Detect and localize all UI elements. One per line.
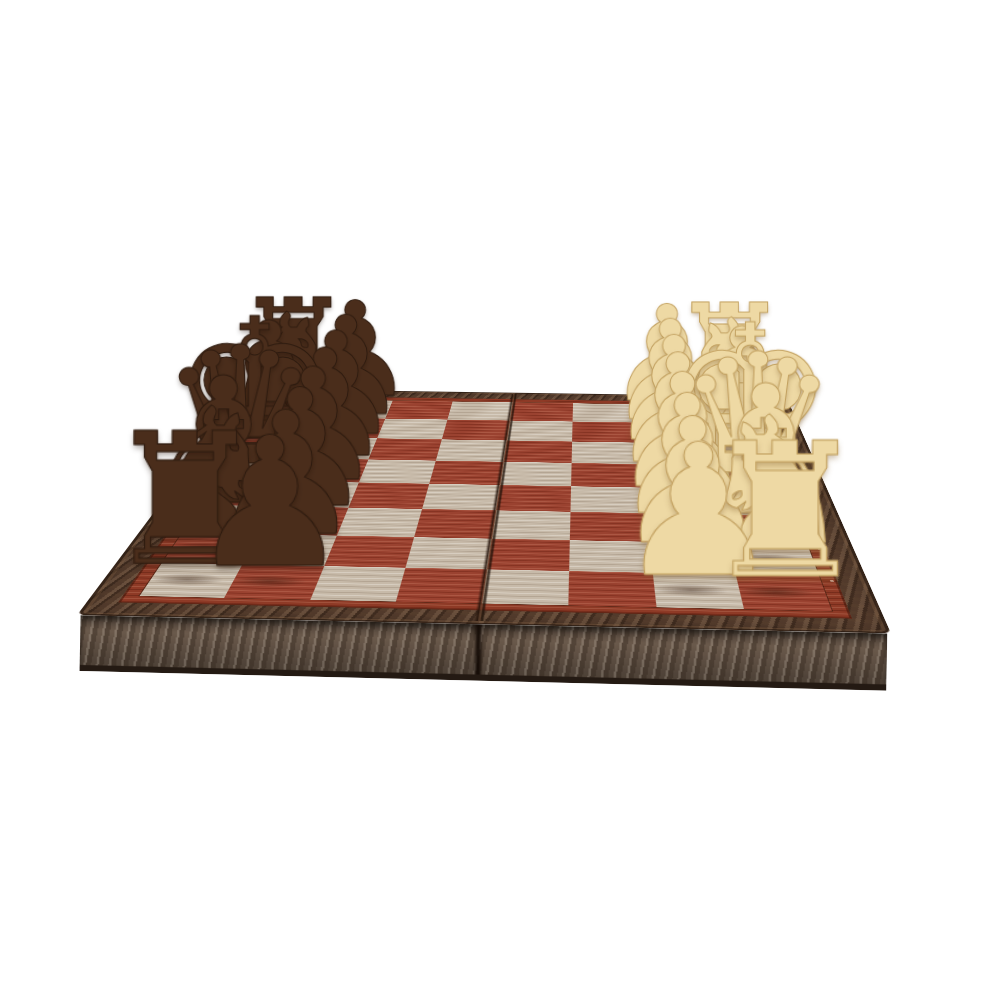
box-fold-seam [473, 624, 484, 674]
product-photo: ♜♞♝♛♚♝♞♜♟♟♟♟♟♟♟♟♟♟♟♟♟♟♟♟♜♞♝♛♚♝♞♜ [0, 0, 1000, 1000]
black-pawn-glyph: ♟ [150, 413, 390, 593]
white-rook-glyph: ♜ [664, 419, 908, 604]
perspective-wrapper: ♜♞♝♛♚♝♞♜♟♟♟♟♟♟♟♟♟♟♟♟♟♟♟♟♜♞♝♛♚♝♞♜ [0, 0, 1000, 1000]
chessboard: ♜♞♝♛♚♝♞♜♟♟♟♟♟♟♟♟♟♟♟♟♟♟♟♟♜♞♝♛♚♝♞♜ [77, 389, 891, 634]
pieces-layer: ♜♞♝♛♚♝♞♜♟♟♟♟♟♟♟♟♟♟♟♟♟♟♟♟♜♞♝♛♚♝♞♜ [77, 389, 891, 634]
